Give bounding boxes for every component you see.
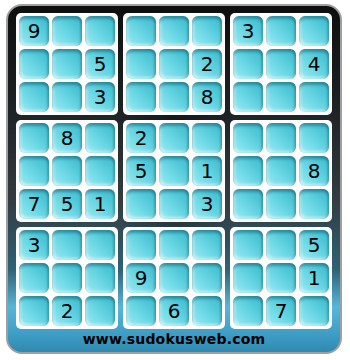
cell-r5c4[interactable]: 5: [126, 156, 156, 186]
cell-r3c2[interactable]: [52, 82, 82, 112]
cell-r9c2[interactable]: 2: [52, 296, 82, 326]
cell-r2c5[interactable]: [159, 49, 189, 79]
cell-r6c3[interactable]: 1: [85, 189, 115, 219]
cell-r9c8[interactable]: 7: [266, 296, 296, 326]
cell-r3c6[interactable]: 8: [192, 82, 222, 112]
cell-r3c9[interactable]: [299, 82, 329, 112]
cell-r9c3[interactable]: [85, 296, 115, 326]
cell-r7c1[interactable]: 3: [19, 230, 49, 260]
puzzle-frame: 95328348751251383296517 www.sudokusweb.c…: [6, 4, 342, 354]
sudoku-board: 95328348751251383296517: [16, 13, 332, 329]
cell-r8c9[interactable]: 1: [299, 263, 329, 293]
cell-r1c4[interactable]: [126, 16, 156, 46]
cell-r4c1[interactable]: [19, 123, 49, 153]
cell-r7c6[interactable]: [192, 230, 222, 260]
block-3-3: 517: [230, 227, 332, 329]
cell-r7c8[interactable]: [266, 230, 296, 260]
cell-r6c7[interactable]: [233, 189, 263, 219]
block-1-1: 953: [16, 13, 118, 115]
cell-r1c8[interactable]: [266, 16, 296, 46]
cell-r2c7[interactable]: [233, 49, 263, 79]
cell-r9c1[interactable]: [19, 296, 49, 326]
cell-r7c2[interactable]: [52, 230, 82, 260]
cell-r8c2[interactable]: [52, 263, 82, 293]
cell-r1c7[interactable]: 3: [233, 16, 263, 46]
block-1-3: 34: [230, 13, 332, 115]
cell-r2c4[interactable]: [126, 49, 156, 79]
cell-r9c4[interactable]: [126, 296, 156, 326]
cell-r1c9[interactable]: [299, 16, 329, 46]
cell-r5c1[interactable]: [19, 156, 49, 186]
cell-r4c8[interactable]: [266, 123, 296, 153]
cell-r7c7[interactable]: [233, 230, 263, 260]
cell-r6c4[interactable]: [126, 189, 156, 219]
footer-bar: www.sudokusweb.com: [8, 329, 340, 350]
cell-r7c5[interactable]: [159, 230, 189, 260]
cell-r3c7[interactable]: [233, 82, 263, 112]
cell-r8c5[interactable]: [159, 263, 189, 293]
page-background: 95328348751251383296517 www.sudokusweb.c…: [0, 0, 350, 360]
cell-r5c2[interactable]: [52, 156, 82, 186]
cell-r5c9[interactable]: 8: [299, 156, 329, 186]
cell-r8c7[interactable]: [233, 263, 263, 293]
cell-r8c3[interactable]: [85, 263, 115, 293]
cell-r5c8[interactable]: [266, 156, 296, 186]
block-3-1: 32: [16, 227, 118, 329]
cell-r3c4[interactable]: [126, 82, 156, 112]
cell-r7c3[interactable]: [85, 230, 115, 260]
cell-r7c4[interactable]: [126, 230, 156, 260]
cell-r1c6[interactable]: [192, 16, 222, 46]
cell-r2c3[interactable]: 5: [85, 49, 115, 79]
cell-r4c9[interactable]: [299, 123, 329, 153]
website-url: www.sudokusweb.com: [83, 331, 266, 347]
cell-r3c5[interactable]: [159, 82, 189, 112]
cell-r9c9[interactable]: [299, 296, 329, 326]
block-1-2: 28: [123, 13, 225, 115]
cell-r6c5[interactable]: [159, 189, 189, 219]
cell-r4c4[interactable]: 2: [126, 123, 156, 153]
block-2-3: 8: [230, 120, 332, 222]
cell-r7c9[interactable]: 5: [299, 230, 329, 260]
cell-r1c1[interactable]: 9: [19, 16, 49, 46]
cell-r9c5[interactable]: 6: [159, 296, 189, 326]
cell-r9c7[interactable]: [233, 296, 263, 326]
cell-r3c8[interactable]: [266, 82, 296, 112]
cell-r6c9[interactable]: [299, 189, 329, 219]
cell-r4c2[interactable]: 8: [52, 123, 82, 153]
cell-r5c3[interactable]: [85, 156, 115, 186]
cell-r4c5[interactable]: [159, 123, 189, 153]
cell-r4c6[interactable]: [192, 123, 222, 153]
cell-r1c2[interactable]: [52, 16, 82, 46]
cell-r4c7[interactable]: [233, 123, 263, 153]
cell-r5c6[interactable]: 1: [192, 156, 222, 186]
cell-r8c4[interactable]: 9: [126, 263, 156, 293]
cell-r5c5[interactable]: [159, 156, 189, 186]
cell-r6c8[interactable]: [266, 189, 296, 219]
cell-r1c5[interactable]: [159, 16, 189, 46]
cell-r9c6[interactable]: [192, 296, 222, 326]
cell-r2c8[interactable]: [266, 49, 296, 79]
cell-r2c9[interactable]: 4: [299, 49, 329, 79]
cell-r4c3[interactable]: [85, 123, 115, 153]
cell-r8c8[interactable]: [266, 263, 296, 293]
cell-r6c6[interactable]: 3: [192, 189, 222, 219]
cell-r3c3[interactable]: 3: [85, 82, 115, 112]
cell-r2c6[interactable]: 2: [192, 49, 222, 79]
block-3-2: 96: [123, 227, 225, 329]
cell-r2c1[interactable]: [19, 49, 49, 79]
block-2-2: 2513: [123, 120, 225, 222]
cell-r8c1[interactable]: [19, 263, 49, 293]
cell-r6c2[interactable]: 5: [52, 189, 82, 219]
cell-r8c6[interactable]: [192, 263, 222, 293]
block-2-1: 8751: [16, 120, 118, 222]
cell-r3c1[interactable]: [19, 82, 49, 112]
cell-r2c2[interactable]: [52, 49, 82, 79]
cell-r1c3[interactable]: [85, 16, 115, 46]
cell-r6c1[interactable]: 7: [19, 189, 49, 219]
cell-r5c7[interactable]: [233, 156, 263, 186]
